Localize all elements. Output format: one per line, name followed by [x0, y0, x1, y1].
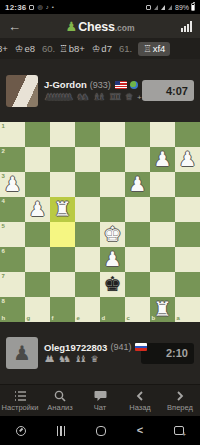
square-h7[interactable]: 7 — [0, 272, 25, 297]
square-d7[interactable]: ♚ — [100, 272, 125, 297]
captured-bishops: ♝♝ — [74, 355, 87, 364]
nav-forward[interactable]: Вперед — [160, 385, 200, 416]
rank-label: 2 — [2, 148, 5, 154]
file-label: d — [102, 315, 106, 321]
square-b4[interactable] — [150, 197, 175, 222]
player-card-top: J-Gordon (933) ♟♟♟♟♟♟♟♟♞♞♝♝♜♜♛+16 4:07 — [0, 59, 200, 122]
us-flag-icon — [115, 81, 127, 89]
default-avatar-pawn-icon: ♟ — [13, 341, 31, 365]
square-g8[interactable]: g — [25, 297, 50, 322]
player-rating: (933) — [90, 80, 111, 90]
captured-rooks: ♜♜ — [109, 93, 122, 102]
file-label: f — [52, 315, 54, 321]
square-a8[interactable]: a — [175, 297, 200, 322]
home-icon[interactable] — [96, 426, 106, 436]
file-label: h — [2, 315, 6, 321]
square-c6[interactable] — [125, 247, 150, 272]
square-d8[interactable]: d — [100, 297, 125, 322]
square-d1[interactable] — [100, 122, 125, 147]
square-f3[interactable] — [50, 172, 75, 197]
player-name[interactable]: J-Gordon — [44, 79, 87, 90]
system-nav-bar: < — [0, 416, 200, 445]
back-arrow-icon[interactable]: ← — [8, 20, 21, 33]
square-g7[interactable] — [25, 272, 50, 297]
file-label: e — [77, 315, 80, 321]
square-a2[interactable]: ♟ — [175, 147, 200, 172]
sim1-signal-icon — [154, 5, 158, 10]
clock-top: 4:07 — [142, 80, 194, 101]
white-rook: ♜ — [154, 297, 172, 322]
file-label: a — [177, 315, 180, 321]
move-number: 61. — [119, 43, 132, 54]
square-a4[interactable] — [175, 197, 200, 222]
square-a7[interactable] — [175, 272, 200, 297]
square-a5[interactable] — [175, 222, 200, 247]
square-c7[interactable] — [125, 272, 150, 297]
rook-move-icon: ♖ — [143, 43, 152, 54]
rank-label: 6 — [2, 248, 5, 254]
square-a1[interactable] — [175, 122, 200, 147]
white-pawn: ♟ — [129, 172, 147, 197]
player-card-bottom: ♟ Oleg19722803 (941) ♟♟♞♞♝♝♛ 2:10 — [0, 322, 200, 384]
chat-bubble-icon — [94, 390, 107, 402]
wifi-icon — [161, 5, 165, 10]
square-h6[interactable]: 6 — [0, 247, 25, 272]
square-f7[interactable] — [50, 272, 75, 297]
square-b6[interactable] — [150, 247, 175, 272]
logo-suffix: .com — [115, 23, 135, 33]
square-g3[interactable] — [25, 172, 50, 197]
black-king: ♚ — [104, 272, 122, 297]
square-b2[interactable]: ♟ — [150, 147, 175, 172]
square-f8[interactable]: f — [50, 297, 75, 322]
clock-bottom: 2:10 — [141, 343, 194, 364]
player-rating: (941) — [110, 342, 131, 352]
king-move-icon: ♔ — [15, 43, 24, 54]
square-h1[interactable]: 1 — [0, 122, 25, 147]
square-e2[interactable] — [75, 147, 100, 172]
square-d6[interactable]: ♟ — [100, 247, 125, 272]
captured-queens: ♛ — [90, 355, 98, 364]
battery-icon — [191, 3, 195, 11]
status-bar: 12:36 ◎ ♪ • 89% — [0, 0, 200, 14]
rank-label: 4 — [2, 198, 5, 204]
square-h3[interactable]: 3♟ — [0, 172, 25, 197]
square-e3[interactable] — [75, 172, 100, 197]
player-name[interactable]: Oleg19722803 — [44, 342, 107, 353]
square-e5[interactable] — [75, 222, 100, 247]
rank-label: 5 — [2, 223, 5, 229]
move-token[interactable]: ♔e8 — [15, 43, 35, 54]
king-move-icon: ♔ — [92, 43, 101, 54]
square-e8[interactable]: e — [75, 297, 100, 322]
logo-text: Chess — [78, 20, 115, 34]
analysis-magnifier-icon — [54, 390, 66, 402]
square-b3[interactable] — [150, 172, 175, 197]
globe-badge-icon — [130, 81, 138, 89]
square-d4[interactable] — [100, 197, 125, 222]
square-g2[interactable] — [25, 147, 50, 172]
white-pawn: ♟ — [4, 172, 22, 197]
move-token[interactable]: 8+ — [0, 43, 8, 54]
back-chevron-icon — [135, 390, 145, 402]
nav-analysis[interactable]: Анализ — [40, 385, 80, 416]
rank-label: 3 — [2, 173, 5, 179]
white-pawn: ♟ — [179, 147, 197, 172]
square-e6[interactable] — [75, 247, 100, 272]
ru-flag-icon — [135, 343, 147, 351]
recent-apps-icon[interactable] — [57, 426, 66, 436]
square-c1[interactable] — [125, 122, 150, 147]
chesscom-logo: ♟ Chess .com — [65, 19, 134, 34]
square-b1[interactable] — [150, 122, 175, 147]
avatar[interactable]: ♟ — [6, 337, 38, 369]
file-label: c — [127, 315, 130, 321]
white-king: ♚ — [104, 222, 122, 247]
connection-signal-icon — [181, 21, 192, 32]
captured-pawns: ♟♟ — [44, 355, 55, 364]
white-rook: ♜ — [54, 197, 72, 222]
square-g5[interactable] — [25, 222, 50, 247]
white-pawn: ♟ — [104, 247, 122, 272]
forward-chevron-icon — [175, 390, 185, 402]
square-b8[interactable]: b♜ — [150, 297, 175, 322]
square-c2[interactable] — [125, 147, 150, 172]
captured-bishops: ♝♝ — [93, 93, 106, 102]
square-a3[interactable] — [175, 172, 200, 197]
avatar[interactable] — [6, 75, 38, 107]
square-b5[interactable] — [150, 222, 175, 247]
captured-pieces-top: ♟♟♟♟♟♟♟♟♞♞♝♝♜♜♛+16 — [44, 92, 142, 102]
square-f2[interactable] — [50, 147, 75, 172]
screen-capture-icon[interactable] — [174, 426, 184, 435]
move-number: 60. — [42, 43, 55, 54]
app-screen: 12:36 ◎ ♪ • 89% ← ♟ Chess .com 8+ ♔e8 60… — [0, 0, 200, 445]
notification-gear-icon: ◎ — [37, 4, 42, 10]
nav-settings[interactable]: Настройки — [0, 385, 40, 416]
square-g1[interactable] — [25, 122, 50, 147]
nav-back[interactable]: Назад — [120, 385, 160, 416]
file-label: g — [27, 315, 31, 321]
pawn-logo-icon: ♟ — [65, 19, 77, 34]
file-label: b — [152, 315, 156, 321]
square-h2[interactable]: 2 — [0, 147, 25, 172]
captured-queens: ♛ — [125, 93, 133, 102]
rank-label: 8 — [2, 298, 5, 304]
square-f5[interactable] — [50, 222, 75, 247]
white-pawn: ♟ — [154, 147, 172, 172]
square-c8[interactable]: c — [125, 297, 150, 322]
square-g4[interactable]: ♟ — [25, 197, 50, 222]
square-c3[interactable]: ♟ — [125, 172, 150, 197]
battery-percent: 89% — [175, 4, 189, 11]
square-e7[interactable] — [75, 272, 100, 297]
rook-move-icon: ♖ — [59, 43, 68, 54]
square-e4[interactable] — [75, 197, 100, 222]
square-b7[interactable] — [150, 272, 175, 297]
current-move-token[interactable]: ♖xf4 — [138, 42, 170, 56]
square-g6[interactable] — [25, 247, 50, 272]
captured-pawns: ♟♟♟♟♟♟♟♟ — [44, 93, 74, 102]
settings-list-icon — [14, 390, 27, 402]
captured-pieces-bottom: ♟♟♞♞♝♝♛ — [44, 355, 141, 365]
square-c5[interactable] — [125, 222, 150, 247]
move-list: 8+ ♔e8 60. ♖b8+ ♔d7 61. ♖xf4 — [0, 38, 200, 59]
square-f1[interactable] — [50, 122, 75, 147]
rank-label: 7 — [2, 273, 5, 279]
captured-knights: ♞♞ — [77, 93, 90, 102]
screenshot-icon — [146, 5, 151, 10]
square-d3[interactable] — [100, 172, 125, 197]
notification-music-icon: ♪ — [46, 4, 49, 10]
chess-board: 12♟♟3♟♟4♟♜5♚6♟7♚8hgfedcb♜a — [0, 122, 200, 322]
nav-chat[interactable]: Чат — [80, 385, 120, 416]
square-d2[interactable] — [100, 147, 125, 172]
white-pawn: ♟ — [29, 197, 47, 222]
rank-label: 1 — [2, 123, 5, 129]
notification-dot-icon: • — [52, 4, 54, 10]
move-token[interactable]: ♔d7 — [92, 43, 112, 54]
bottom-nav: Настройки Анализ Чат Назад Вперед — [0, 384, 200, 416]
square-h4[interactable]: 4 — [0, 197, 25, 222]
square-h8[interactable]: 8h — [0, 297, 25, 322]
square-e1[interactable] — [75, 122, 100, 147]
square-h5[interactable]: 5 — [0, 222, 25, 247]
square-f4[interactable]: ♜ — [50, 197, 75, 222]
system-back-icon[interactable]: < — [137, 425, 143, 436]
square-a6[interactable] — [175, 247, 200, 272]
move-token[interactable]: ♖b8+ — [59, 43, 85, 54]
spen-icon[interactable] — [16, 426, 26, 436]
square-f6[interactable] — [50, 247, 75, 272]
clock-time: 12:36 — [5, 3, 26, 12]
app-header: ← ♟ Chess .com — [0, 14, 200, 38]
sim2-signal-icon — [168, 5, 172, 10]
square-c4[interactable] — [125, 197, 150, 222]
notification-message-icon — [29, 5, 34, 10]
captured-knights: ♞♞ — [58, 355, 71, 364]
square-d5[interactable]: ♚ — [100, 222, 125, 247]
